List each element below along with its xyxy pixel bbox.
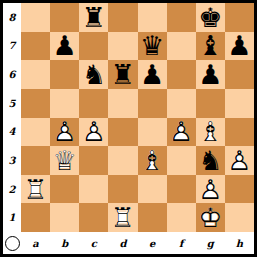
square-e1[interactable]	[138, 203, 167, 232]
square-e7[interactable]: ♛	[138, 32, 167, 61]
square-h3[interactable]: ♟♙	[225, 146, 254, 175]
square-c3[interactable]	[79, 146, 108, 175]
square-a8[interactable]	[21, 3, 50, 32]
square-g8[interactable]: ♚	[196, 3, 225, 32]
file-labels: abcdefgh	[21, 232, 254, 254]
square-c4[interactable]: ♟♙	[79, 118, 108, 147]
square-f2[interactable]	[167, 175, 196, 204]
file-label-d: d	[108, 232, 137, 254]
square-h6[interactable]	[225, 60, 254, 89]
file-label-a: a	[21, 232, 50, 254]
piece-black-pawn[interactable]: ♟	[50, 32, 79, 61]
piece-black-rook[interactable]: ♜	[108, 60, 137, 89]
square-c8[interactable]: ♜	[79, 3, 108, 32]
file-label-g: g	[196, 232, 225, 254]
square-f6[interactable]	[167, 60, 196, 89]
square-d6[interactable]: ♜	[108, 60, 137, 89]
rank-label-8: 8	[3, 3, 21, 32]
square-g1[interactable]: ♚♔	[196, 203, 225, 232]
square-d1[interactable]: ♜♖	[108, 203, 137, 232]
piece-white-rook[interactable]: ♖	[21, 175, 50, 204]
piece-black-king[interactable]: ♚	[196, 3, 225, 32]
rank-labels: 87654321	[3, 3, 21, 232]
square-d4[interactable]	[108, 118, 137, 147]
square-f7[interactable]	[167, 32, 196, 61]
square-a7[interactable]	[21, 32, 50, 61]
square-c5[interactable]	[79, 89, 108, 118]
chess-board: ♜♚♟♛♝♟♞♜♟♟♟♙♟♙♟♙♝♗♛♕♝♗♞♟♙♜♖♟♙♜♖♚♔	[21, 3, 254, 232]
square-h5[interactable]	[225, 89, 254, 118]
square-e5[interactable]	[138, 89, 167, 118]
piece-white-pawn[interactable]: ♙	[167, 118, 196, 147]
piece-black-pawn[interactable]: ♟	[138, 60, 167, 89]
square-f5[interactable]	[167, 89, 196, 118]
square-g5[interactable]	[196, 89, 225, 118]
square-f4[interactable]: ♟♙	[167, 118, 196, 147]
piece-white-pawn[interactable]: ♙	[225, 146, 254, 175]
piece-white-pawn[interactable]: ♙	[50, 118, 79, 147]
piece-black-pawn[interactable]: ♟	[196, 60, 225, 89]
square-c2[interactable]	[79, 175, 108, 204]
square-f1[interactable]	[167, 203, 196, 232]
square-a3[interactable]	[21, 146, 50, 175]
square-h2[interactable]	[225, 175, 254, 204]
piece-white-bishop[interactable]: ♗	[196, 118, 225, 147]
square-d8[interactable]	[108, 3, 137, 32]
rank-label-6: 6	[3, 60, 21, 89]
piece-black-queen[interactable]: ♛	[138, 32, 167, 61]
square-a6[interactable]	[21, 60, 50, 89]
piece-white-rook[interactable]: ♖	[108, 203, 137, 232]
square-c6[interactable]: ♞	[79, 60, 108, 89]
piece-white-pawn[interactable]: ♙	[79, 118, 108, 147]
rank-label-1: 1	[3, 203, 21, 232]
square-e8[interactable]	[138, 3, 167, 32]
rank-label-5: 5	[3, 89, 21, 118]
square-d5[interactable]	[108, 89, 137, 118]
square-h1[interactable]	[225, 203, 254, 232]
square-b6[interactable]	[50, 60, 79, 89]
square-f8[interactable]	[167, 3, 196, 32]
file-label-f: f	[167, 232, 196, 254]
square-d2[interactable]	[108, 175, 137, 204]
piece-black-knight[interactable]: ♞	[196, 146, 225, 175]
file-label-c: c	[79, 232, 108, 254]
square-b7[interactable]: ♟	[50, 32, 79, 61]
piece-white-bishop[interactable]: ♗	[138, 146, 167, 175]
piece-black-knight[interactable]: ♞	[79, 60, 108, 89]
square-g4[interactable]: ♝♗	[196, 118, 225, 147]
white-to-move-indicator	[5, 236, 20, 251]
square-e4[interactable]	[138, 118, 167, 147]
square-e3[interactable]: ♝♗	[138, 146, 167, 175]
piece-white-pawn[interactable]: ♙	[196, 175, 225, 204]
square-b4[interactable]: ♟♙	[50, 118, 79, 147]
square-b2[interactable]	[50, 175, 79, 204]
file-label-h: h	[225, 232, 254, 254]
square-h4[interactable]	[225, 118, 254, 147]
square-b3[interactable]: ♛♕	[50, 146, 79, 175]
square-d7[interactable]	[108, 32, 137, 61]
piece-black-pawn[interactable]: ♟	[225, 32, 254, 61]
chess-board-diagram: 87654321 ♜♚♟♛♝♟♞♜♟♟♟♙♟♙♟♙♝♗♛♕♝♗♞♟♙♜♖♟♙♜♖…	[0, 0, 257, 257]
square-g3[interactable]: ♞	[196, 146, 225, 175]
piece-white-king[interactable]: ♔	[196, 203, 225, 232]
piece-black-bishop[interactable]: ♝	[196, 32, 225, 61]
square-f3[interactable]	[167, 146, 196, 175]
square-a1[interactable]	[21, 203, 50, 232]
square-g2[interactable]: ♟♙	[196, 175, 225, 204]
square-h8[interactable]	[225, 3, 254, 32]
square-d3[interactable]	[108, 146, 137, 175]
piece-black-rook[interactable]: ♜	[79, 3, 108, 32]
square-g7[interactable]: ♝	[196, 32, 225, 61]
rank-label-4: 4	[3, 118, 21, 147]
file-label-e: e	[138, 232, 167, 254]
rank-label-7: 7	[3, 32, 21, 61]
square-e2[interactable]	[138, 175, 167, 204]
rank-label-3: 3	[3, 146, 21, 175]
square-h7[interactable]: ♟	[225, 32, 254, 61]
piece-white-queen[interactable]: ♕	[50, 146, 79, 175]
square-g6[interactable]: ♟	[196, 60, 225, 89]
square-a4[interactable]	[21, 118, 50, 147]
square-c1[interactable]	[79, 203, 108, 232]
rank-label-2: 2	[3, 175, 21, 204]
file-label-b: b	[50, 232, 79, 254]
square-a5[interactable]	[21, 89, 50, 118]
square-c7[interactable]	[79, 32, 108, 61]
square-b1[interactable]	[50, 203, 79, 232]
square-a2[interactable]: ♜♖	[21, 175, 50, 204]
square-e6[interactable]: ♟	[138, 60, 167, 89]
square-b5[interactable]	[50, 89, 79, 118]
square-b8[interactable]	[50, 3, 79, 32]
